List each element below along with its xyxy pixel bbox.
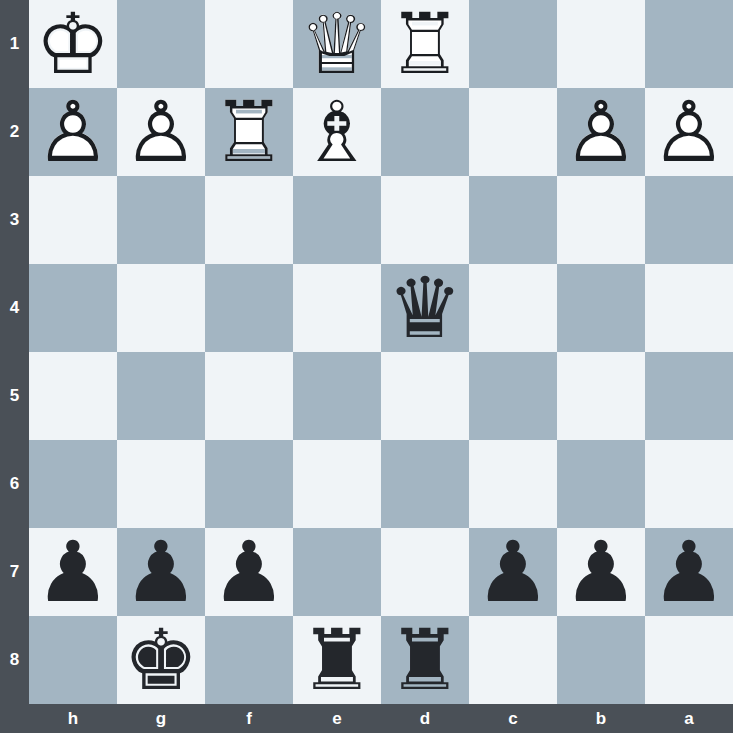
rank-label-6: 6 [0,440,29,528]
square-a5[interactable] [645,352,733,440]
file-label-b: b [557,704,645,733]
square-f1[interactable] [205,0,293,88]
square-d4[interactable]: ♛ [381,264,469,352]
black-rook[interactable]: ♜ [381,616,469,704]
file-label-h: h [29,704,117,733]
white-rook-fill: ♜ [381,0,469,88]
file-label-g: g [117,704,205,733]
square-a2[interactable]: ♟♙ [645,88,733,176]
white-queen[interactable]: ♕ [293,0,381,88]
file-label-a: a [645,704,733,733]
square-e1[interactable]: ♛♕ [293,0,381,88]
white-pawn[interactable]: ♙ [117,88,205,176]
square-a7[interactable]: ♟ [645,528,733,616]
square-e4[interactable] [293,264,381,352]
square-b4[interactable] [557,264,645,352]
square-a1[interactable] [645,0,733,88]
square-f7[interactable]: ♟ [205,528,293,616]
square-h7[interactable]: ♟ [29,528,117,616]
square-b3[interactable] [557,176,645,264]
white-pawn-fill: ♟ [557,88,645,176]
square-d3[interactable] [381,176,469,264]
black-pawn[interactable]: ♟ [205,528,293,616]
black-rook[interactable]: ♜ [293,616,381,704]
square-a3[interactable] [645,176,733,264]
square-g4[interactable] [117,264,205,352]
white-king[interactable]: ♔ [29,0,117,88]
square-c6[interactable] [469,440,557,528]
black-pawn[interactable]: ♟ [117,528,205,616]
square-c3[interactable] [469,176,557,264]
square-d2[interactable] [381,88,469,176]
white-pawn-fill: ♟ [645,88,733,176]
square-a4[interactable] [645,264,733,352]
white-pawn-fill: ♟ [117,88,205,176]
square-g7[interactable]: ♟ [117,528,205,616]
white-bishop-fill: ♝ [293,88,381,176]
square-g6[interactable] [117,440,205,528]
coord-corner [0,704,29,733]
square-c4[interactable] [469,264,557,352]
square-h6[interactable] [29,440,117,528]
square-f8[interactable] [205,616,293,704]
white-pawn[interactable]: ♙ [29,88,117,176]
rank-label-2: 2 [0,88,29,176]
black-pawn[interactable]: ♟ [29,528,117,616]
rank-label-7: 7 [0,528,29,616]
square-b5[interactable] [557,352,645,440]
square-d6[interactable] [381,440,469,528]
file-label-f: f [205,704,293,733]
white-bishop[interactable]: ♗ [293,88,381,176]
square-h4[interactable] [29,264,117,352]
square-b1[interactable] [557,0,645,88]
square-c8[interactable] [469,616,557,704]
square-d7[interactable] [381,528,469,616]
black-pawn[interactable]: ♟ [645,528,733,616]
square-e8[interactable]: ♜ [293,616,381,704]
square-e2[interactable]: ♝♗ [293,88,381,176]
square-h3[interactable] [29,176,117,264]
square-d8[interactable]: ♜ [381,616,469,704]
white-king-fill: ♚ [29,0,117,88]
rank-label-5: 5 [0,352,29,440]
square-f5[interactable] [205,352,293,440]
square-e6[interactable] [293,440,381,528]
square-f6[interactable] [205,440,293,528]
square-h2[interactable]: ♟♙ [29,88,117,176]
white-pawn[interactable]: ♙ [645,88,733,176]
square-f3[interactable] [205,176,293,264]
file-label-e: e [293,704,381,733]
square-h5[interactable] [29,352,117,440]
square-e5[interactable] [293,352,381,440]
square-g5[interactable] [117,352,205,440]
square-f2[interactable]: ♜♖ [205,88,293,176]
square-g2[interactable]: ♟♙ [117,88,205,176]
white-rook[interactable]: ♖ [205,88,293,176]
square-e7[interactable] [293,528,381,616]
file-label-c: c [469,704,557,733]
white-pawn-fill: ♟ [29,88,117,176]
white-rook-fill: ♜ [205,88,293,176]
white-rook[interactable]: ♖ [381,0,469,88]
white-queen-fill: ♛ [293,0,381,88]
square-g1[interactable] [117,0,205,88]
white-pawn[interactable]: ♙ [557,88,645,176]
square-c2[interactable] [469,88,557,176]
square-g8[interactable]: ♚ [117,616,205,704]
black-pawn[interactable]: ♟ [557,528,645,616]
square-a6[interactable] [645,440,733,528]
rank-label-8: 8 [0,616,29,704]
square-b7[interactable]: ♟ [557,528,645,616]
chess-board: 1♚♔♛♕♜♖2♟♙♟♙♜♖♝♗♟♙♟♙34♛567♟♟♟♟♟♟8♚♜♜hgfe… [0,0,733,733]
square-d5[interactable] [381,352,469,440]
black-queen[interactable]: ♛ [381,264,469,352]
file-label-d: d [381,704,469,733]
square-b8[interactable] [557,616,645,704]
square-c1[interactable] [469,0,557,88]
rank-label-4: 4 [0,264,29,352]
square-b2[interactable]: ♟♙ [557,88,645,176]
black-pawn[interactable]: ♟ [469,528,557,616]
square-e3[interactable] [293,176,381,264]
rank-label-1: 1 [0,0,29,88]
square-h8[interactable] [29,616,117,704]
rank-label-3: 3 [0,176,29,264]
square-h1[interactable]: ♚♔ [29,0,117,88]
square-a8[interactable] [645,616,733,704]
square-c5[interactable] [469,352,557,440]
square-b6[interactable] [557,440,645,528]
square-d1[interactable]: ♜♖ [381,0,469,88]
black-king[interactable]: ♚ [117,616,205,704]
square-c7[interactable]: ♟ [469,528,557,616]
square-g3[interactable] [117,176,205,264]
square-f4[interactable] [205,264,293,352]
